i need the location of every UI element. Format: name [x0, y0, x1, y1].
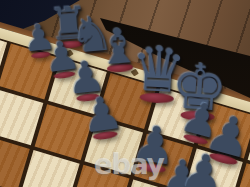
pawn-glyph: ♟	[170, 143, 238, 187]
piece-pawn: ♟	[170, 143, 238, 187]
piece-pawn: ♟	[72, 88, 133, 141]
chess-set-photo: ♟♜♞♝♟♟♟♛♚♟♟♟♟♟ ebay	[0, 0, 250, 187]
pawn-glyph: ♟	[72, 88, 133, 141]
pieces-layer: ♟♜♞♝♟♟♟♛♚♟♟♟♟♟	[0, 0, 250, 187]
